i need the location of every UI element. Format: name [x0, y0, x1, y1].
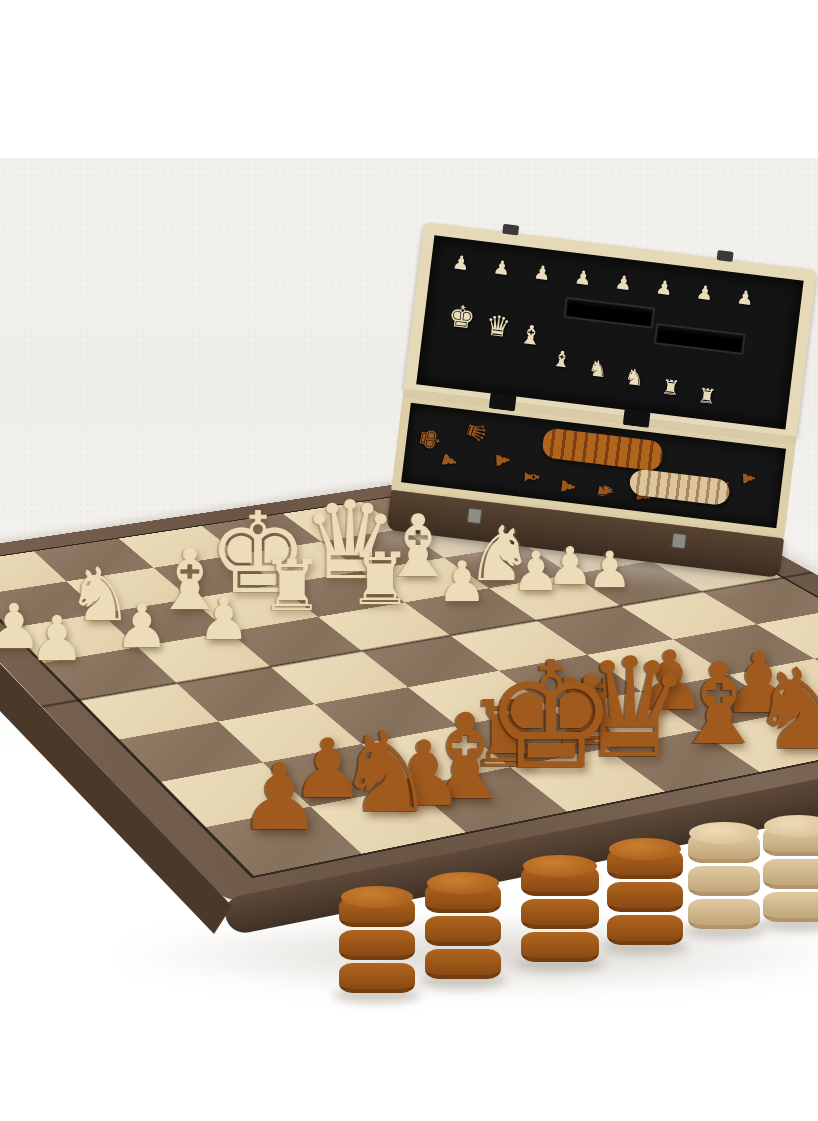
checker-disc-brown[interactable]: [521, 899, 599, 929]
checker-top-face: [341, 886, 414, 908]
case-brown-pawn[interactable]: ♟: [493, 452, 512, 469]
white-pawn[interactable]: ♟: [437, 554, 487, 610]
case-brown-pawn[interactable]: ♟: [558, 477, 578, 495]
checker-disc-brown[interactable]: [425, 916, 501, 946]
case-brown-pawn[interactable]: ♟: [438, 450, 460, 471]
lid-storage-slot: [563, 297, 655, 329]
checker-disc-brown[interactable]: [339, 930, 415, 960]
white-rook[interactable]: ♜: [348, 543, 413, 615]
brown-pawn[interactable]: ♟: [239, 752, 321, 844]
case-white-pawn[interactable]: ♟: [655, 277, 674, 298]
checker-disc-brown[interactable]: [521, 932, 599, 962]
case-white-knight[interactable]: ♞: [623, 366, 645, 390]
checker-top-face: [609, 838, 682, 860]
case-brown-king[interactable]: ♚: [414, 425, 444, 453]
case-white-pawn[interactable]: ♟: [533, 262, 552, 283]
checker-top-face: [689, 822, 758, 844]
checker-top-face: [427, 872, 500, 894]
checker-stack-brown[interactable]: [607, 846, 683, 945]
brown-knight[interactable]: ♞: [750, 653, 818, 765]
case-white-pawn[interactable]: ♟: [451, 252, 470, 273]
checker-disc-brown[interactable]: [607, 849, 683, 879]
case-white-pawn[interactable]: ♟: [736, 287, 755, 308]
white-rook[interactable]: ♜: [261, 551, 324, 621]
checker-disc-natural[interactable]: [688, 833, 760, 863]
checker-stack-brown[interactable]: [425, 880, 501, 979]
case-brown-pawn[interactable]: ♟: [740, 470, 757, 485]
case-brown-queen[interactable]: ♛: [461, 418, 490, 446]
case-white-bishop[interactable]: ♝: [550, 348, 572, 372]
checker-disc-natural[interactable]: [763, 892, 818, 922]
lid-latch-icon: [716, 250, 733, 262]
checker-stack-brown[interactable]: [521, 863, 599, 962]
white-pawn[interactable]: ♟: [115, 596, 169, 656]
case-white-knight[interactable]: ♞: [587, 357, 609, 381]
case-white-king[interactable]: ♚: [447, 301, 477, 334]
brown-knight[interactable]: ♞: [336, 716, 436, 828]
case-white-queen[interactable]: ♛: [484, 311, 512, 342]
case-white-pawn[interactable]: ♟: [492, 257, 511, 278]
checker-disc-brown[interactable]: [521, 866, 599, 896]
checker-disc-brown[interactable]: [425, 949, 501, 979]
case-white-pawn[interactable]: ♟: [695, 282, 714, 303]
checker-stack-natural[interactable]: [688, 830, 760, 929]
checker-disc-brown[interactable]: [607, 915, 683, 945]
checker-disc-brown[interactable]: [339, 897, 415, 927]
checker-stack-brown[interactable]: [339, 894, 415, 993]
checker-roll-brown[interactable]: [541, 427, 664, 471]
case-white-rook[interactable]: ♜: [661, 376, 681, 398]
checker-disc-brown[interactable]: [607, 882, 683, 912]
checker-top-face: [764, 815, 818, 837]
checker-disc-natural[interactable]: [688, 899, 760, 929]
white-pawn[interactable]: ♟: [588, 545, 633, 595]
checker-disc-natural[interactable]: [688, 866, 760, 896]
case-brown-bishop[interactable]: ♝: [521, 468, 542, 487]
case-white-bishop[interactable]: ♝: [518, 321, 544, 350]
checker-disc-natural[interactable]: [763, 859, 818, 889]
checker-disc-natural[interactable]: [763, 826, 818, 856]
white-pawn[interactable]: ♟: [198, 590, 250, 648]
case-brown-knight[interactable]: ♞: [594, 480, 617, 502]
lid-latch-icon: [502, 224, 519, 236]
white-pawn[interactable]: ♟: [29, 608, 85, 670]
checker-stack-natural[interactable]: [763, 823, 818, 922]
lid-storage-slot: [653, 323, 745, 355]
checker-disc-brown[interactable]: [339, 963, 415, 993]
white-pawn[interactable]: ♟: [512, 545, 560, 599]
case-white-pawn[interactable]: ♟: [614, 272, 633, 293]
checker-disc-brown[interactable]: [425, 883, 501, 913]
clasp-icon: [671, 533, 687, 550]
product-photo-chess-set: ♟♟♞♟♝♟♚♜♛♜♝♟♞♟♟♟♟♟♞♟♝♜♚♜♛♟♝♟♞ ♟♟♟♟♟♟♟♟♚♛…: [0, 0, 818, 1121]
case-white-rook[interactable]: ♜: [697, 385, 717, 407]
case-white-pawn[interactable]: ♟: [573, 267, 592, 288]
checker-top-face: [523, 855, 598, 877]
